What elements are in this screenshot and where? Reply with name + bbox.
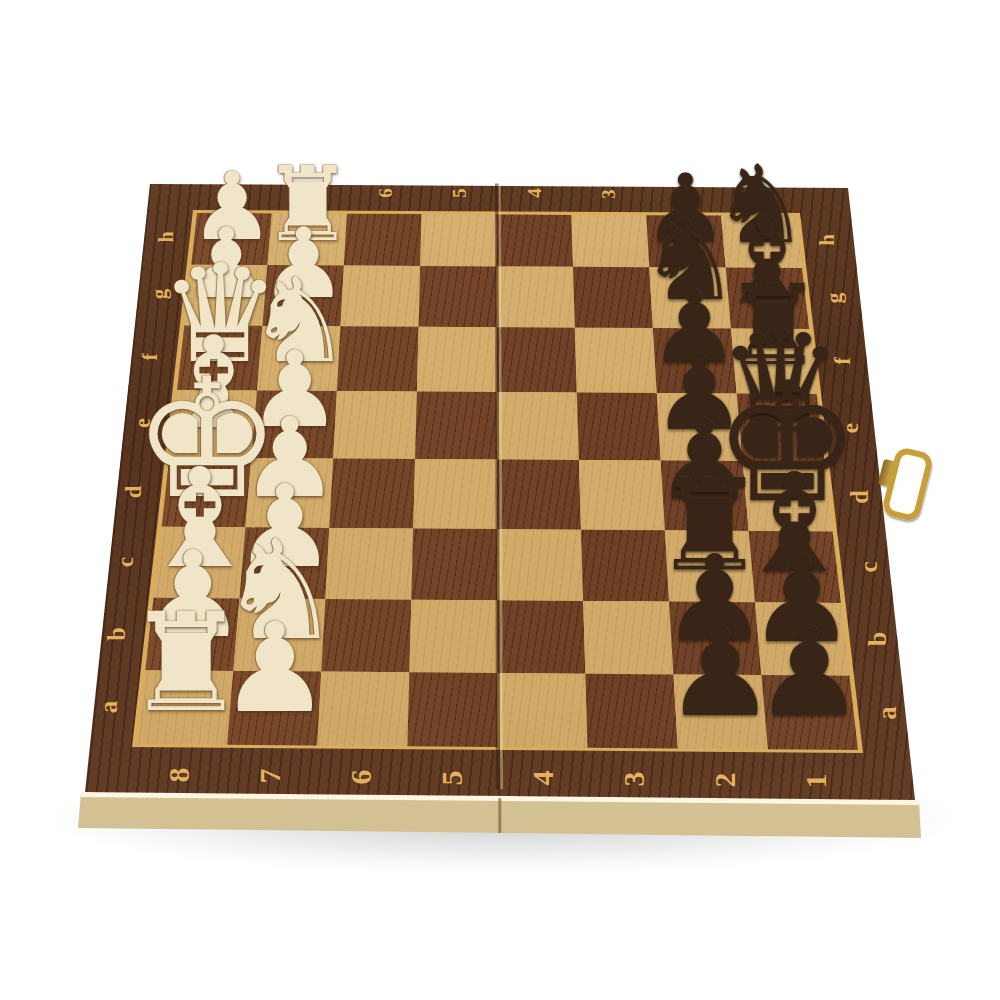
file-label-left-c: c (114, 557, 138, 567)
rank-label-bottom-4: 4 (528, 771, 558, 786)
product-photo: 8877665544332211hhggffeeddccbbaa♟♜♟♞♟♟♞♝… (0, 0, 1000, 1000)
rank-label-bottom-6: 6 (346, 769, 376, 784)
rank-label-bottom-5: 5 (437, 770, 467, 785)
piece-white-pawn-a7: ♟ (219, 606, 330, 730)
rank-label-bottom-1: 1 (801, 773, 831, 788)
piece-black-pawn-a1: ♟ (754, 611, 865, 735)
rank-label-bottom-8: 8 (164, 768, 194, 783)
rank-label-top-3: 3 (598, 189, 617, 199)
clasp-ring (881, 446, 935, 523)
rank-label-bottom-7: 7 (255, 769, 285, 784)
rank-label-bottom-2: 2 (710, 773, 740, 788)
rank-label-top-6: 6 (376, 188, 395, 198)
rank-label-top-5: 5 (450, 188, 469, 198)
file-label-right-a: a (874, 706, 901, 720)
brass-clasp (879, 445, 927, 511)
file-label-right-h: h (817, 234, 838, 246)
rank-label-top-4: 4 (524, 189, 543, 199)
rank-label-bottom-3: 3 (619, 772, 649, 787)
file-label-right-c: c (856, 562, 881, 573)
file-label-left-a: a (95, 700, 120, 713)
file-label-right-b: b (865, 632, 891, 647)
